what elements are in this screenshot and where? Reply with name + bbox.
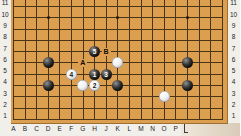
coord-label-bottom-J: J — [101, 125, 112, 133]
stone-black-Q4[interactable] — [182, 80, 193, 91]
coord-label-right-10: 10 — [229, 11, 239, 19]
row-coords-right: 1110987654321 — [227, 0, 241, 123]
grid-line — [13, 40, 223, 41]
coord-label-left-2: 2 — [0, 101, 10, 109]
coord-label-bottom-C: C — [31, 125, 42, 133]
coord-label-right-7: 7 — [229, 45, 239, 53]
star-point — [47, 16, 50, 19]
coord-label-left-3: 3 — [0, 90, 10, 98]
coord-label-bottom-L: L — [124, 125, 135, 133]
coord-label-right-9: 9 — [229, 22, 239, 30]
coord-label-left-7: 7 — [0, 45, 10, 53]
coord-label-left-11: 11 — [0, 0, 10, 7]
coord-label-right-5: 5 — [229, 67, 239, 75]
coord-label-bottom-A: A — [8, 125, 19, 133]
coord-label-bottom-F: F — [66, 125, 77, 133]
coord-label-bottom-D: D — [43, 125, 54, 133]
coord-label-left-8: 8 — [0, 33, 10, 41]
stone-black-H5[interactable]: 1 — [89, 69, 100, 80]
column-coords-bottom: ABCDEFGHJKLMNOP — [0, 123, 181, 136]
coord-label-left-10: 10 — [0, 11, 10, 19]
grid-line — [13, 119, 223, 120]
grid-line — [13, 74, 223, 75]
stone-black-Q6[interactable] — [182, 57, 193, 68]
coord-label-left-5: 5 — [0, 67, 10, 75]
coord-label-bottom-O: O — [159, 125, 170, 133]
star-point — [116, 16, 119, 19]
go-board[interactable]: AB51342 — [11, 0, 228, 124]
coord-label-bottom-H: H — [89, 125, 100, 133]
coord-label-bottom-N: N — [147, 125, 158, 133]
grid-line — [13, 6, 223, 7]
coord-label-bottom-G: G — [77, 125, 88, 133]
stone-white-F5[interactable]: 4 — [66, 69, 77, 80]
star-point — [186, 16, 189, 19]
row-coords-left: 1110987654321 — [0, 0, 11, 123]
coord-label-bottom-K: K — [112, 125, 123, 133]
grid-line — [13, 96, 223, 97]
grid-line — [13, 51, 223, 52]
stone-white-O3[interactable] — [159, 91, 170, 102]
point-mark-B: B — [102, 48, 111, 56]
stone-black-D6[interactable] — [43, 57, 54, 68]
cutoff-grey-area — [181, 123, 241, 136]
coord-label-bottom-E: E — [54, 125, 65, 133]
coord-label-bottom-B: B — [19, 125, 30, 133]
coord-label-left-1: 1 — [0, 112, 10, 120]
stone-black-K4[interactable] — [112, 80, 123, 91]
coord-label-right-2: 2 — [229, 101, 239, 109]
coord-label-right-3: 3 — [229, 90, 239, 98]
grid-line — [13, 29, 223, 30]
cutoff-corner-mark-icon — [184, 132, 188, 133]
grid-line — [13, 108, 223, 109]
stone-black-J5[interactable]: 3 — [101, 69, 112, 80]
coord-label-right-4: 4 — [229, 78, 239, 86]
stone-white-G4[interactable] — [77, 80, 88, 91]
coord-label-right-8: 8 — [229, 33, 239, 41]
go-app-window: 1110987654321 1110987654321 ABCDEFGHJKLM… — [0, 0, 240, 136]
coord-label-left-6: 6 — [0, 56, 10, 64]
stone-white-K6[interactable] — [112, 57, 123, 68]
coord-label-right-1: 1 — [229, 112, 239, 120]
coord-label-right-11: 11 — [229, 0, 239, 7]
stone-white-H4[interactable]: 2 — [89, 80, 100, 91]
point-mark-A: A — [78, 59, 87, 67]
coord-label-bottom-M: M — [135, 125, 146, 133]
coord-label-left-4: 4 — [0, 78, 10, 86]
stone-black-H7[interactable]: 5 — [89, 46, 100, 57]
coord-label-left-9: 9 — [0, 22, 10, 30]
stone-black-D4[interactable] — [43, 80, 54, 91]
coord-label-right-6: 6 — [229, 56, 239, 64]
